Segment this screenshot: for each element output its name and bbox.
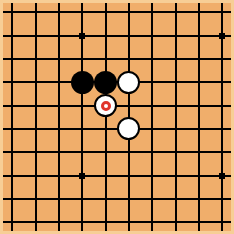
white-stone-glyph	[117, 117, 140, 140]
black-stone	[71, 71, 94, 94]
star-point	[211, 24, 234, 47]
black-stone-glyph	[94, 71, 117, 94]
star-point-dot	[219, 173, 225, 179]
star-point	[71, 164, 94, 187]
board-cells-grid	[1, 1, 234, 234]
star-point	[211, 164, 234, 187]
black-stone-glyph	[71, 71, 94, 94]
circle-marker-icon	[101, 101, 111, 111]
go-board-diagram	[0, 0, 234, 234]
star-point-dot	[79, 173, 85, 179]
star-point-dot	[79, 33, 85, 39]
black-stone	[94, 71, 117, 94]
white-stone-marked	[94, 94, 117, 117]
white-stone-glyph	[117, 71, 140, 94]
star-point	[71, 24, 94, 47]
white-stone	[117, 117, 140, 140]
white-stone-glyph	[94, 94, 117, 117]
star-point-dot	[219, 33, 225, 39]
white-stone	[117, 71, 140, 94]
